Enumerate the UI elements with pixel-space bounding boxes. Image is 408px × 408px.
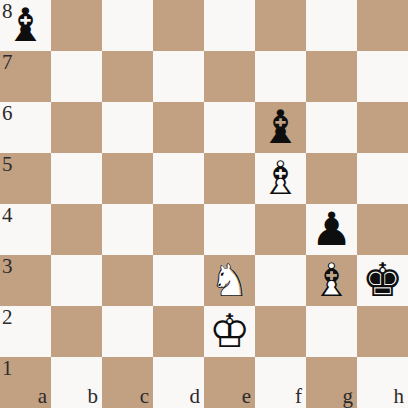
square-a7[interactable]: 7 [0, 51, 51, 102]
rank-label-6: 6 [2, 103, 13, 124]
rank-label-5: 5 [2, 154, 13, 175]
file-label-e: e [242, 386, 251, 407]
square-e4[interactable] [204, 204, 255, 255]
square-e2[interactable]: ♚♔ [204, 306, 255, 357]
square-b2[interactable] [51, 306, 102, 357]
square-c7[interactable] [102, 51, 153, 102]
square-h2[interactable] [357, 306, 408, 357]
square-f8[interactable] [255, 0, 306, 51]
square-h7[interactable] [357, 51, 408, 102]
white-king[interactable]: ♔ [204, 306, 255, 357]
square-d1[interactable]: d [153, 357, 204, 408]
chess-board: 8♝76♝5♝♗4♟3♞♘♝♗♚2♚♔1abcdefgh [0, 0, 408, 408]
square-f1[interactable]: f [255, 357, 306, 408]
square-f3[interactable] [255, 255, 306, 306]
square-b1[interactable]: b [51, 357, 102, 408]
square-c2[interactable] [102, 306, 153, 357]
square-c1[interactable]: c [102, 357, 153, 408]
black-king[interactable]: ♚ [357, 255, 408, 306]
square-g7[interactable] [306, 51, 357, 102]
square-e7[interactable] [204, 51, 255, 102]
square-e1[interactable]: e [204, 357, 255, 408]
file-label-a: a [38, 386, 47, 407]
square-a5[interactable]: 5 [0, 153, 51, 204]
square-f4[interactable] [255, 204, 306, 255]
square-b7[interactable] [51, 51, 102, 102]
file-label-h: h [394, 386, 405, 407]
square-d3[interactable] [153, 255, 204, 306]
square-f2[interactable] [255, 306, 306, 357]
file-label-f: f [295, 386, 302, 407]
square-g3[interactable]: ♝♗ [306, 255, 357, 306]
black-bishop[interactable]: ♝ [0, 0, 51, 51]
square-h4[interactable] [357, 204, 408, 255]
file-label-d: d [190, 386, 201, 407]
square-g5[interactable] [306, 153, 357, 204]
square-c5[interactable] [102, 153, 153, 204]
square-h3[interactable]: ♚ [357, 255, 408, 306]
square-e5[interactable] [204, 153, 255, 204]
square-a2[interactable]: 2 [0, 306, 51, 357]
square-f7[interactable] [255, 51, 306, 102]
white-bishop[interactable]: ♗ [306, 255, 357, 306]
square-d4[interactable] [153, 204, 204, 255]
square-h5[interactable] [357, 153, 408, 204]
square-h1[interactable]: h [357, 357, 408, 408]
square-c4[interactable] [102, 204, 153, 255]
square-g8[interactable] [306, 0, 357, 51]
black-pawn[interactable]: ♟ [306, 204, 357, 255]
white-knight[interactable]: ♘ [204, 255, 255, 306]
square-f5[interactable]: ♝♗ [255, 153, 306, 204]
square-g4[interactable]: ♟ [306, 204, 357, 255]
file-label-b: b [88, 386, 99, 407]
rank-label-2: 2 [2, 307, 13, 328]
square-b4[interactable] [51, 204, 102, 255]
white-bishop[interactable]: ♗ [255, 153, 306, 204]
rank-label-4: 4 [2, 205, 13, 226]
square-g6[interactable] [306, 102, 357, 153]
square-a4[interactable]: 4 [0, 204, 51, 255]
square-h8[interactable] [357, 0, 408, 51]
square-h6[interactable] [357, 102, 408, 153]
square-b6[interactable] [51, 102, 102, 153]
square-d8[interactable] [153, 0, 204, 51]
square-c6[interactable] [102, 102, 153, 153]
square-d5[interactable] [153, 153, 204, 204]
square-e6[interactable] [204, 102, 255, 153]
square-b5[interactable] [51, 153, 102, 204]
square-b8[interactable] [51, 0, 102, 51]
square-a1[interactable]: 1a [0, 357, 51, 408]
black-bishop[interactable]: ♝ [255, 102, 306, 153]
square-e8[interactable] [204, 0, 255, 51]
square-a3[interactable]: 3 [0, 255, 51, 306]
square-f6[interactable]: ♝ [255, 102, 306, 153]
square-a6[interactable]: 6 [0, 102, 51, 153]
square-g1[interactable]: g [306, 357, 357, 408]
rank-label-7: 7 [2, 52, 13, 73]
square-e3[interactable]: ♞♘ [204, 255, 255, 306]
rank-label-3: 3 [2, 256, 13, 277]
square-c8[interactable] [102, 0, 153, 51]
square-d2[interactable] [153, 306, 204, 357]
square-c3[interactable] [102, 255, 153, 306]
file-label-c: c [140, 386, 149, 407]
rank-label-1: 1 [2, 358, 13, 379]
square-d6[interactable] [153, 102, 204, 153]
square-g2[interactable] [306, 306, 357, 357]
square-d7[interactable] [153, 51, 204, 102]
file-label-g: g [343, 386, 354, 407]
square-b3[interactable] [51, 255, 102, 306]
chess-board-container: 8♝76♝5♝♗4♟3♞♘♝♗♚2♚♔1abcdefgh [0, 0, 408, 408]
square-a8[interactable]: 8♝ [0, 0, 51, 51]
